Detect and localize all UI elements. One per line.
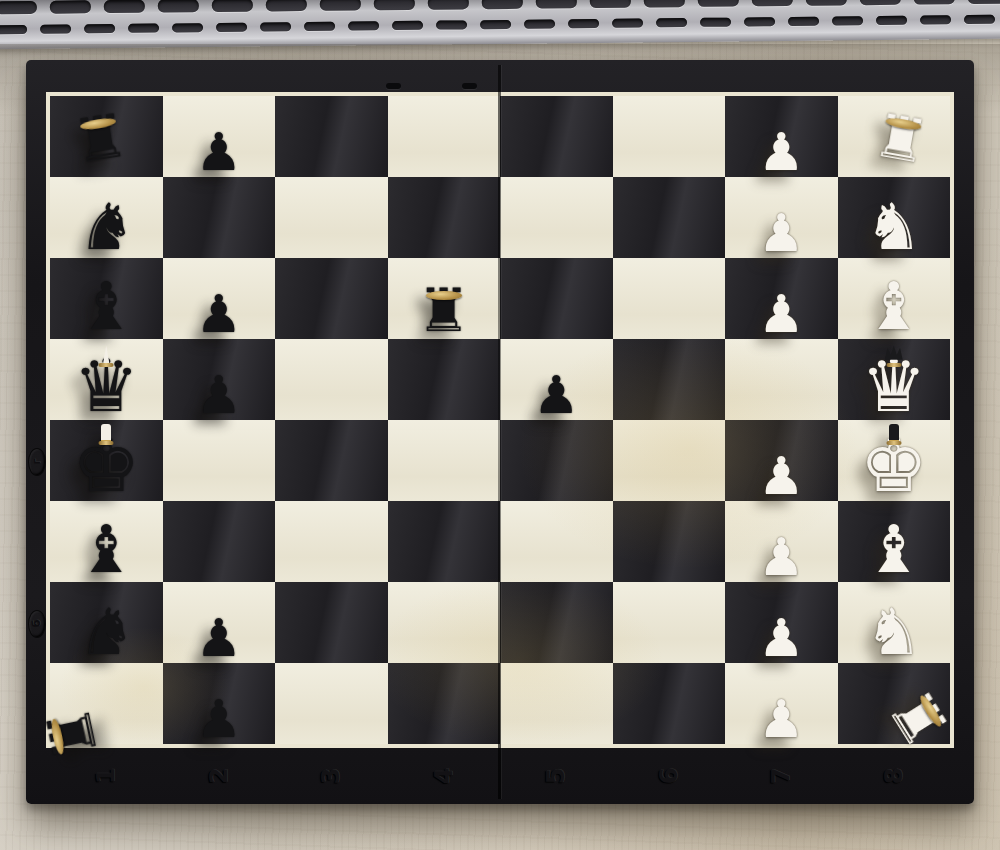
- white-pawn-glyph: ♟: [758, 209, 805, 258]
- vent-slot: [260, 22, 291, 31]
- vent-slot: [744, 17, 775, 26]
- piece-black-pawn-g7[interactable]: ♟: [163, 582, 276, 663]
- vent-slot: [860, 0, 901, 5]
- vent-slot: [968, 0, 1000, 4]
- vent-slot: [320, 0, 361, 11]
- black-king-glyph: ♚: [72, 429, 140, 501]
- square-e6[interactable]: [275, 420, 388, 501]
- white-knight-glyph: ♞: [865, 602, 922, 663]
- black-pawn-glyph: ♟: [195, 290, 242, 339]
- piece-black-knight-b8[interactable]: ♞: [50, 177, 163, 258]
- square-c4[interactable]: [500, 258, 613, 339]
- vent-slot: [392, 21, 423, 30]
- vent-slot: [536, 0, 577, 9]
- square-e5[interactable]: [388, 420, 501, 501]
- piece-black-pawn-h7[interactable]: ♟: [163, 663, 276, 744]
- square-f3[interactable]: [613, 501, 726, 582]
- black-rook-glyph: ♜: [39, 701, 106, 765]
- vent-slot: [876, 16, 907, 25]
- square-e3[interactable]: [613, 420, 726, 501]
- vent-slot: [964, 15, 995, 24]
- gold-ring-icon: [80, 117, 117, 132]
- vent-slot-row-bottom: [0, 15, 1000, 35]
- black-pawn-glyph: ♟: [195, 695, 242, 744]
- gold-ring-icon: [49, 718, 65, 755]
- square-f4[interactable]: [500, 501, 613, 582]
- square-b6[interactable]: [275, 177, 388, 258]
- square-a4[interactable]: [500, 96, 613, 177]
- piece-white-bishop-c1[interactable]: ♝: [838, 258, 951, 339]
- piece-black-queen-d8[interactable]: ♛: [50, 339, 163, 420]
- piece-black-pawn-d4[interactable]: ♟: [500, 339, 613, 420]
- vent-slot: [104, 0, 145, 13]
- vent-slot: [172, 23, 203, 32]
- vent-slot: [524, 19, 555, 28]
- vent-slot: [806, 0, 847, 6]
- square-g6[interactable]: [275, 582, 388, 663]
- piece-white-queen-d1[interactable]: ♛: [838, 339, 951, 420]
- rank-label-2: 2: [205, 768, 233, 785]
- square-c3[interactable]: [613, 258, 726, 339]
- gold-ring-icon: [917, 694, 944, 729]
- vent-slot: [374, 0, 415, 10]
- vent-slot: [436, 20, 467, 29]
- vent-slot: [0, 25, 27, 34]
- white-bishop-glyph: ♝: [864, 276, 923, 339]
- file-badge-glyph: г: [31, 459, 44, 465]
- piece-white-king-e1[interactable]: ♚: [838, 420, 951, 501]
- gold-collar-icon: [886, 441, 901, 445]
- black-queen-glyph: ♛: [74, 351, 139, 420]
- piece-black-pawn-d7[interactable]: ♟: [163, 339, 276, 420]
- square-d6[interactable]: [275, 339, 388, 420]
- board-clasp-icon: [462, 83, 477, 89]
- gold-collar-icon: [886, 363, 901, 367]
- rank-label-8: 8: [880, 768, 908, 785]
- vent-slot: [656, 18, 687, 27]
- vent-slot: [128, 24, 159, 33]
- black-bishop-glyph: ♝: [77, 276, 136, 339]
- black-rook-glyph: ♜: [417, 282, 471, 339]
- black-pawn-glyph: ♟: [195, 128, 242, 177]
- white-bishop-glyph: ♝: [864, 519, 923, 582]
- piece-white-pawn-g2[interactable]: ♟: [725, 582, 838, 663]
- vent-slot: [0, 1, 37, 14]
- vent-slot: [482, 0, 523, 9]
- square-h6[interactable]: [275, 663, 388, 744]
- white-queen-glyph: ♛: [861, 351, 926, 420]
- crown-finial-icon: [885, 346, 903, 360]
- square-e7[interactable]: [163, 420, 276, 501]
- vent-slot: [920, 15, 951, 24]
- rank-label-6: 6: [655, 768, 683, 785]
- square-d2[interactable]: [725, 339, 838, 420]
- white-pawn-glyph: ♟: [758, 128, 805, 177]
- black-bishop-glyph: ♝: [77, 519, 136, 582]
- white-pawn-glyph: ♟: [758, 452, 805, 501]
- board-clasp-icon: [386, 83, 401, 89]
- white-king-glyph: ♚: [860, 429, 928, 501]
- gold-ring-icon: [426, 291, 462, 300]
- rank-label-7: 7: [767, 768, 795, 785]
- square-d5[interactable]: [388, 339, 501, 420]
- rank-label-3: 3: [317, 768, 345, 785]
- black-knight-glyph: ♞: [78, 197, 135, 258]
- vent-slot: [700, 18, 731, 27]
- vent-slot: [84, 24, 115, 33]
- square-h3[interactable]: [613, 663, 726, 744]
- black-knight-glyph: ♞: [78, 602, 135, 663]
- white-rook-glyph: ♜: [869, 106, 932, 171]
- square-g3[interactable]: [613, 582, 726, 663]
- black-pawn-glyph: ♟: [533, 371, 580, 420]
- black-pawn-glyph: ♟: [195, 614, 242, 663]
- piece-white-pawn-b2[interactable]: ♟: [725, 177, 838, 258]
- vent-slot: [50, 0, 91, 13]
- vent-slot: [788, 17, 819, 26]
- square-f6[interactable]: [275, 501, 388, 582]
- square-b5[interactable]: [388, 177, 501, 258]
- square-b3[interactable]: [613, 177, 726, 258]
- vent-slot: [752, 0, 793, 6]
- vent-slot: [698, 0, 739, 7]
- vent-slot: [644, 0, 685, 7]
- vent-slot: [832, 16, 863, 25]
- square-h4[interactable]: [500, 663, 613, 744]
- piece-black-king-e8[interactable]: ♚: [50, 420, 163, 501]
- piece-white-pawn-f2[interactable]: ♟: [725, 501, 838, 582]
- white-pawn-glyph: ♟: [758, 695, 805, 744]
- white-pawn-glyph: ♟: [758, 290, 805, 339]
- square-a6[interactable]: [275, 96, 388, 177]
- vent-slot: [612, 19, 643, 28]
- square-b7[interactable]: [163, 177, 276, 258]
- gold-collar-icon: [99, 441, 114, 445]
- square-f5[interactable]: [388, 501, 501, 582]
- piece-white-pawn-h2[interactable]: ♟: [725, 663, 838, 744]
- vent-slot: [590, 0, 631, 8]
- piece-black-knight-g8[interactable]: ♞: [50, 582, 163, 663]
- black-rook-glyph: ♜: [70, 106, 132, 171]
- vent-slot: [216, 23, 247, 32]
- square-b4[interactable]: [500, 177, 613, 258]
- square-a3[interactable]: [613, 96, 726, 177]
- square-d3[interactable]: [613, 339, 726, 420]
- piece-white-bishop-f1[interactable]: ♝: [838, 501, 951, 582]
- white-pawn-glyph: ♟: [758, 533, 805, 582]
- vent-slot-row-top: [0, 0, 1000, 14]
- piece-white-pawn-c2[interactable]: ♟: [725, 258, 838, 339]
- piece-white-pawn-a2[interactable]: ♟: [725, 96, 838, 177]
- piece-white-pawn-e2[interactable]: ♟: [725, 420, 838, 501]
- piece-black-pawn-c7[interactable]: ♟: [163, 258, 276, 339]
- vent-slot: [568, 19, 599, 28]
- square-c6[interactable]: [275, 258, 388, 339]
- rank-label-5: 5: [542, 768, 570, 785]
- vent-slot: [914, 0, 955, 5]
- square-g5[interactable]: [388, 582, 501, 663]
- rank-label-4: 4: [430, 768, 458, 785]
- piece-black-rook-c5[interactable]: ♜: [388, 258, 501, 339]
- vent-slot: [40, 24, 71, 33]
- piece-black-bishop-f8[interactable]: ♝: [50, 501, 163, 582]
- black-pawn-glyph: ♟: [195, 371, 242, 420]
- vent-slot: [428, 0, 469, 10]
- file-badge-glyph: б: [31, 620, 44, 628]
- vent-slot: [348, 21, 379, 30]
- vent-slot: [266, 0, 307, 11]
- vent-slot: [480, 20, 511, 29]
- vent-slot: [212, 0, 253, 12]
- white-knight-glyph: ♞: [865, 197, 922, 258]
- vent-slot: [304, 22, 335, 31]
- file-badge-г: г: [28, 448, 46, 476]
- white-pawn-glyph: ♟: [758, 614, 805, 663]
- vent-slot: [158, 0, 199, 13]
- piece-black-pawn-a7[interactable]: ♟: [163, 96, 276, 177]
- gold-collar-icon: [99, 363, 114, 367]
- square-f7[interactable]: [163, 501, 276, 582]
- square-a5[interactable]: [388, 96, 501, 177]
- chess-board: ♜♞♝♛♚♝♞♜♟♟♟♟♟♜♟♜♞♝♛♚♝♞♜♟♟♟♟♟♟♟ 12345678 …: [26, 60, 974, 804]
- file-badge-б: б: [28, 610, 46, 638]
- gold-ring-icon: [885, 116, 922, 131]
- square-h5[interactable]: [388, 663, 501, 744]
- square-g4[interactable]: [500, 582, 613, 663]
- piece-white-knight-b1[interactable]: ♞: [838, 177, 951, 258]
- piece-black-bishop-c8[interactable]: ♝: [50, 258, 163, 339]
- square-e4[interactable]: [500, 420, 613, 501]
